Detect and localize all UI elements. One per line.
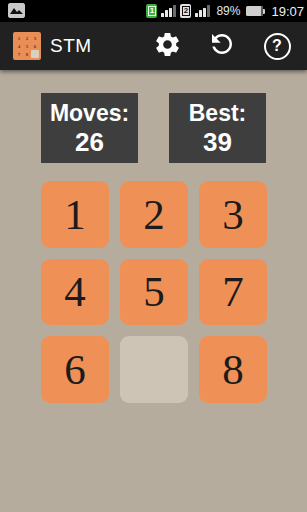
app-title: STM [50, 35, 92, 57]
battery-percent: 89% [216, 4, 240, 18]
restart-button[interactable] [206, 30, 238, 62]
tile-5[interactable]: 5 [120, 259, 188, 326]
signal-strength-icon-sim2 [195, 5, 210, 17]
battery-icon [246, 6, 265, 16]
app-logo-icon: 12345678 [13, 32, 41, 60]
tile-6[interactable]: 6 [41, 336, 109, 403]
tile-3[interactable]: 3 [199, 181, 267, 248]
undo-rotate-icon [207, 29, 237, 63]
moves-value: 26 [75, 127, 104, 157]
app-icon-cell: 3 [31, 34, 39, 42]
app-icon-cell: 5 [23, 42, 31, 50]
tile-2[interactable]: 2 [120, 181, 188, 248]
best-value: 39 [203, 127, 232, 157]
screenshot-gallery-icon [8, 3, 25, 18]
board: 12345768 [41, 181, 267, 403]
sim1-icon: 1 [146, 4, 157, 18]
tile-8[interactable]: 8 [199, 336, 267, 403]
app-icon-empty-cell [31, 50, 39, 58]
moves-counter: Moves: 26 [41, 93, 138, 163]
status-bar: 1 2 89% 19:07 [0, 0, 307, 22]
app-bar: 12345678 STM [0, 22, 307, 70]
settings-button[interactable] [151, 30, 183, 62]
moves-label: Moves: [50, 100, 129, 127]
app-icon-cell: 7 [15, 50, 23, 58]
app-icon-cell: 6 [31, 42, 39, 50]
app-icon-cell: 8 [23, 50, 31, 58]
tile-7[interactable]: 7 [199, 259, 267, 326]
tile-4[interactable]: 4 [41, 259, 109, 326]
app-icon-cell: 4 [15, 42, 23, 50]
best-counter: Best: 39 [169, 93, 266, 163]
best-label: Best: [189, 100, 247, 127]
clock: 19:07 [271, 4, 304, 19]
app-icon-cell: 2 [23, 34, 31, 42]
help-button[interactable]: ? [261, 30, 293, 62]
screen: 1 2 89% 19:07 12345678 STM [0, 0, 307, 512]
question-mark-icon: ? [264, 33, 291, 60]
empty-cell [120, 336, 188, 403]
signal-strength-icon-sim1 [161, 5, 176, 17]
tile-1[interactable]: 1 [41, 181, 109, 248]
app-icon-cell: 1 [15, 34, 23, 42]
gear-icon [153, 30, 182, 63]
sim2-icon: 2 [180, 4, 191, 18]
